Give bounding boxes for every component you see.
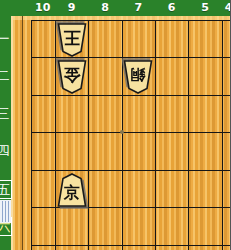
grid-line-horizontal (31, 95, 231, 96)
rank-label-三: 三 (0, 105, 10, 122)
scrollbar-line (8, 201, 9, 222)
grid-line-horizontal (31, 132, 231, 133)
rank-label-二: 二 (0, 67, 10, 84)
scrollbar-line (5, 201, 6, 222)
grid-line-vertical (188, 20, 189, 250)
piece-kanji: 京 (63, 183, 80, 202)
board-left-edge-line (22, 16, 24, 250)
grid-line-horizontal (31, 245, 231, 246)
scrollbar-line (2, 201, 3, 222)
grid-line-vertical (222, 20, 223, 250)
grid-line-horizontal (31, 207, 231, 208)
piece-pentagon: 銅 (123, 60, 153, 94)
shogi-piece-京-9五[interactable]: 京 (57, 173, 87, 207)
file-label-9: 9 (68, 1, 76, 15)
file-label-5: 5 (201, 1, 209, 15)
piece-pentagon: 金 (57, 60, 87, 94)
board-left-edge-highlight (11, 16, 13, 250)
shogi-applet-screen: 王金銅京 10987654一二三四五六 (0, 0, 230, 250)
piece-pentagon: 京 (57, 173, 87, 207)
shogi-piece-金-9二[interactable]: 金 (57, 60, 87, 94)
piece-kanji: 王 (63, 27, 81, 47)
file-label-7: 7 (135, 1, 143, 15)
star-point-dot (120, 130, 124, 134)
file-label-4: 4 (225, 1, 230, 15)
piece-pentagon: 王 (57, 23, 87, 57)
grid-line-horizontal (31, 170, 231, 171)
grid-line-vertical (31, 20, 32, 250)
rank-label-一: 一 (0, 30, 10, 47)
file-label-8: 8 (101, 1, 109, 15)
grid-line-vertical (88, 20, 89, 250)
file-label-6: 6 (168, 1, 176, 15)
piece-kanji: 銅 (131, 66, 147, 84)
piece-kanji: 金 (63, 65, 81, 85)
grid-line-horizontal (31, 57, 231, 58)
rank-label-五: 五 (0, 180, 12, 199)
file-label-10: 10 (35, 1, 50, 15)
shogi-piece-王-9一[interactable]: 王 (57, 23, 87, 57)
grid-line-horizontal (31, 20, 231, 21)
rank-label-四: 四 (0, 142, 10, 159)
grid-line-vertical (155, 20, 156, 250)
shogi-piece-銅-7二[interactable]: 銅 (123, 60, 153, 94)
grid-line-vertical (55, 20, 56, 250)
scrollbar-fragment[interactable] (0, 200, 11, 223)
grid-line-vertical (122, 20, 123, 250)
